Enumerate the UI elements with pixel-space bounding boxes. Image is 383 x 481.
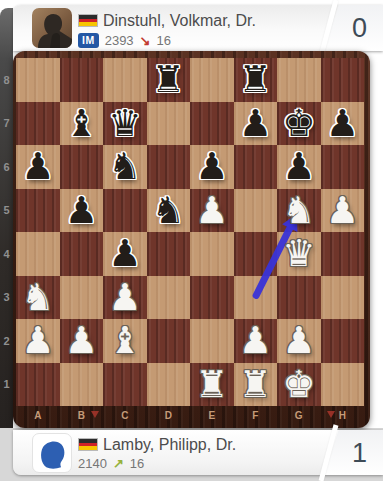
square-a5[interactable] — [16, 189, 60, 233]
square-a4[interactable] — [16, 232, 60, 276]
player-photo-avatar — [32, 8, 72, 48]
wood-grain-mark — [91, 411, 99, 418]
player-name-top: Dinstuhl, Volkmar, Dr. — [103, 12, 256, 30]
piece-black-pawn-f7[interactable]: ♟ — [234, 102, 278, 146]
player-meta-bottom: 2140 ↗ 16 — [78, 456, 144, 471]
player-name-bottom: Lamby, Philipp, Dr. — [103, 436, 236, 454]
square-a7[interactable] — [16, 102, 60, 146]
square-c2[interactable]: ♝ — [103, 319, 147, 363]
square-e1[interactable]: ♜ — [190, 363, 234, 407]
square-f8[interactable]: ♜ — [234, 58, 278, 102]
file-label-g: G — [277, 407, 321, 426]
piece-white-pawn-h5[interactable]: ♟ — [321, 189, 365, 233]
piece-black-pawn-a6[interactable]: ♟ — [16, 145, 60, 189]
square-f6[interactable] — [234, 145, 278, 189]
square-f2[interactable]: ♟ — [234, 319, 278, 363]
file-label-c: C — [103, 407, 147, 426]
square-c6[interactable]: ♞ — [103, 145, 147, 189]
piece-white-pawn-a2[interactable]: ♟ — [16, 319, 60, 363]
rating-change-top: 16 — [157, 33, 171, 48]
player-meta-top: IM 2393 ↘ 16 — [78, 33, 171, 48]
player-card-top: Dinstuhl, Volkmar, Dr. IM 2393 ↘ 16 0 — [13, 5, 383, 51]
square-b6[interactable] — [60, 145, 104, 189]
square-d4[interactable] — [147, 232, 191, 276]
square-c1[interactable] — [103, 363, 147, 407]
square-c4[interactable]: ♟ — [103, 232, 147, 276]
rating-change-bottom: 16 — [130, 456, 144, 471]
file-labels: ABCDEFGH — [16, 407, 364, 426]
square-e3[interactable] — [190, 276, 234, 320]
title-badge: IM — [78, 33, 99, 48]
square-c3[interactable]: ♟ — [103, 276, 147, 320]
square-a2[interactable]: ♟ — [16, 319, 60, 363]
square-g5[interactable]: ♞ — [277, 189, 321, 233]
player-rating-bottom: 2140 — [78, 456, 107, 471]
match-score-bottom: 1 — [352, 437, 367, 468]
square-h8[interactable] — [321, 58, 365, 102]
square-a1[interactable] — [16, 363, 60, 407]
square-e4[interactable] — [190, 232, 234, 276]
square-b1[interactable] — [60, 363, 104, 407]
square-h7[interactable]: ♟ — [321, 102, 365, 146]
piece-black-rook-f8[interactable]: ♜ — [234, 58, 278, 102]
piece-white-pawn-b2[interactable]: ♟ — [60, 319, 104, 363]
piece-white-pawn-c3[interactable]: ♟ — [103, 276, 147, 320]
piece-black-rook-d8[interactable]: ♜ — [147, 58, 191, 102]
piece-black-pawn-e6[interactable]: ♟ — [190, 145, 234, 189]
piece-black-pawn-c4[interactable]: ♟ — [103, 232, 147, 276]
piece-black-king-g7[interactable]: ♚ — [277, 102, 321, 146]
match-score-top: 0 — [352, 13, 367, 44]
rating-trend-up-icon: ↗ — [113, 456, 124, 471]
person-silhouette-icon — [32, 8, 72, 48]
square-h6[interactable] — [321, 145, 365, 189]
piece-black-queen-c7[interactable]: ♛ — [103, 102, 147, 146]
rank-label-5: 5 — [0, 189, 13, 233]
live-board-widget: Dinstuhl, Volkmar, Dr. IM 2393 ↘ 16 0 ♜♜… — [0, 0, 383, 481]
rank-label-6: 6 — [0, 145, 13, 189]
piece-black-pawn-g6[interactable]: ♟ — [277, 145, 321, 189]
square-a6[interactable]: ♟ — [16, 145, 60, 189]
square-b5[interactable]: ♟ — [60, 189, 104, 233]
wood-grain-mark — [327, 411, 335, 418]
square-d2[interactable] — [147, 319, 191, 363]
piece-black-pawn-b5[interactable]: ♟ — [60, 189, 104, 233]
square-a8[interactable] — [16, 58, 60, 102]
square-a3[interactable]: ♞ — [16, 276, 60, 320]
square-g6[interactable]: ♟ — [277, 145, 321, 189]
square-h4[interactable] — [321, 232, 365, 276]
piece-black-knight-d5[interactable]: ♞ — [147, 189, 191, 233]
square-f7[interactable]: ♟ — [234, 102, 278, 146]
square-b8[interactable] — [60, 58, 104, 102]
rank-label-7: 7 — [0, 102, 13, 146]
piece-white-knight-g5[interactable]: ♞ — [277, 189, 321, 233]
piece-white-king-g1[interactable]: ♚ — [277, 363, 321, 407]
board-squares: ♜♜♝♛♟♚♟♟♞♟♟♟♞♟♞♟♟♛♞♟♟♟♝♟♟♜♜♚ — [16, 58, 364, 406]
piece-white-knight-a3[interactable]: ♞ — [16, 276, 60, 320]
piece-white-rook-e1[interactable]: ♜ — [190, 363, 234, 407]
file-label-e: E — [190, 407, 234, 426]
square-d5[interactable]: ♞ — [147, 189, 191, 233]
blue-head-silhouette-icon — [33, 434, 71, 472]
square-f1[interactable]: ♜ — [234, 363, 278, 407]
square-e7[interactable] — [190, 102, 234, 146]
file-label-f: F — [234, 407, 278, 426]
player-generic-avatar — [32, 433, 72, 473]
rank-label-1: 1 — [0, 363, 13, 407]
rank-label-2: 2 — [0, 319, 13, 363]
player-rating-top: 2393 — [105, 33, 134, 48]
piece-white-queen-g4[interactable]: ♛ — [277, 232, 321, 276]
square-e5[interactable]: ♟ — [190, 189, 234, 233]
square-d7[interactable] — [147, 102, 191, 146]
rank-label-3: 3 — [0, 276, 13, 320]
square-g3[interactable] — [277, 276, 321, 320]
piece-black-pawn-h7[interactable]: ♟ — [321, 102, 365, 146]
rating-trend-down-icon: ↘ — [140, 33, 151, 48]
germany-flag-icon — [78, 438, 98, 451]
file-label-d: D — [147, 407, 191, 426]
square-e8[interactable] — [190, 58, 234, 102]
square-g8[interactable] — [277, 58, 321, 102]
square-g7[interactable]: ♚ — [277, 102, 321, 146]
square-d8[interactable]: ♜ — [147, 58, 191, 102]
square-b4[interactable] — [60, 232, 104, 276]
square-g1[interactable]: ♚ — [277, 363, 321, 407]
square-h3[interactable] — [321, 276, 365, 320]
piece-black-bishop-b7[interactable]: ♝ — [60, 102, 104, 146]
square-g2[interactable]: ♟ — [277, 319, 321, 363]
piece-white-rook-f1[interactable]: ♜ — [234, 363, 278, 407]
germany-flag-icon — [78, 14, 98, 27]
square-b2[interactable]: ♟ — [60, 319, 104, 363]
square-b3[interactable] — [60, 276, 104, 320]
square-c8[interactable] — [103, 58, 147, 102]
chess-board: ♜♜♝♛♟♚♟♟♞♟♟♟♞♟♞♟♟♛♞♟♟♟♝♟♟♜♜♚ ABCDEFGH — [13, 51, 370, 428]
rank-label-4: 4 — [0, 232, 13, 276]
square-h2[interactable] — [321, 319, 365, 363]
square-d3[interactable] — [147, 276, 191, 320]
square-h5[interactable]: ♟ — [321, 189, 365, 233]
piece-white-bishop-c2[interactable]: ♝ — [103, 319, 147, 363]
player-card-bottom: Lamby, Philipp, Dr. 2140 ↗ 16 1 — [13, 430, 383, 475]
square-e2[interactable] — [190, 319, 234, 363]
file-label-a: A — [16, 407, 60, 426]
square-h1[interactable] — [321, 363, 365, 407]
square-f4[interactable] — [234, 232, 278, 276]
square-f5[interactable] — [234, 189, 278, 233]
piece-black-knight-c6[interactable]: ♞ — [103, 145, 147, 189]
square-d6[interactable] — [147, 145, 191, 189]
square-d1[interactable] — [147, 363, 191, 407]
square-c5[interactable] — [103, 189, 147, 233]
piece-white-pawn-e5[interactable]: ♟ — [190, 189, 234, 233]
rank-label-8: 8 — [0, 58, 13, 102]
square-g4[interactable]: ♛ — [277, 232, 321, 276]
piece-white-pawn-g2[interactable]: ♟ — [277, 319, 321, 363]
square-e6[interactable]: ♟ — [190, 145, 234, 189]
square-b7[interactable]: ♝ — [60, 102, 104, 146]
square-c7[interactable]: ♛ — [103, 102, 147, 146]
square-f3[interactable] — [234, 276, 278, 320]
rank-labels: 87654321 — [0, 58, 13, 406]
piece-white-pawn-f2[interactable]: ♟ — [234, 319, 278, 363]
